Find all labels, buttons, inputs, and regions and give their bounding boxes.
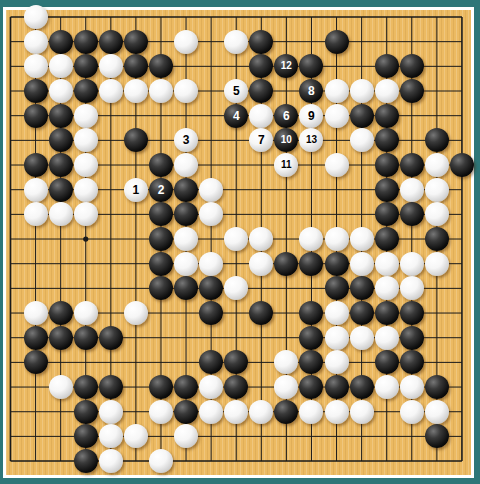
stone-black-n16[interactable]	[325, 375, 349, 399]
stone-black-q4[interactable]	[400, 79, 424, 103]
stone-black-m11[interactable]	[299, 252, 323, 276]
stone-black-p7[interactable]	[375, 153, 399, 177]
stone-white-b3[interactable]	[24, 54, 48, 78]
stone-white-d13[interactable]	[74, 301, 98, 325]
stone-white-n13[interactable]	[325, 301, 349, 325]
stone-white-q17[interactable]	[400, 400, 424, 424]
stone-black-k2[interactable]	[249, 30, 273, 54]
stone-black-b4[interactable]	[24, 79, 48, 103]
stone-black-c8[interactable]	[49, 178, 73, 202]
stone-black-q13[interactable]	[400, 301, 424, 325]
stone-black-p5[interactable]	[375, 104, 399, 128]
stone-white-i11[interactable]	[199, 252, 223, 276]
stone-white-e3[interactable]	[99, 54, 123, 78]
stone-black-p10[interactable]	[375, 227, 399, 251]
stone-black-o13[interactable]	[350, 301, 374, 325]
stone-white-b1[interactable]	[24, 5, 48, 29]
stone-black-g8[interactable]: 2	[149, 178, 173, 202]
stone-black-o5[interactable]	[350, 104, 374, 128]
stone-white-h11[interactable]	[174, 252, 198, 276]
stone-black-d17[interactable]	[74, 400, 98, 424]
stone-black-b5[interactable]	[24, 104, 48, 128]
stone-white-h4[interactable]	[174, 79, 198, 103]
stone-black-d4[interactable]	[74, 79, 98, 103]
stone-white-o4[interactable]	[350, 79, 374, 103]
stone-white-n15[interactable]	[325, 350, 349, 374]
stone-black-s7[interactable]	[450, 153, 474, 177]
stone-white-o14[interactable]	[350, 326, 374, 350]
stone-white-b8[interactable]	[24, 178, 48, 202]
stone-white-i17[interactable]	[199, 400, 223, 424]
screenshot-root: { "game": "go", "board": { "size": 19, "…	[0, 0, 480, 484]
stone-white-e4[interactable]	[99, 79, 123, 103]
move-number-label: 8	[308, 85, 315, 97]
stone-white-n5[interactable]	[325, 104, 349, 128]
board-frame: 12584693710131112	[3, 7, 474, 478]
stone-white-j2[interactable]	[224, 30, 248, 54]
stone-black-p9[interactable]	[375, 202, 399, 226]
stone-white-p16[interactable]	[375, 375, 399, 399]
stone-black-e14[interactable]	[99, 326, 123, 350]
stone-white-d9[interactable]	[74, 202, 98, 226]
stone-white-d8[interactable]	[74, 178, 98, 202]
stone-black-h8[interactable]	[174, 178, 198, 202]
stone-black-h17[interactable]	[174, 400, 198, 424]
move-number-label: 9	[308, 110, 315, 122]
stone-white-b9[interactable]	[24, 202, 48, 226]
stone-black-q3[interactable]	[400, 54, 424, 78]
stone-black-g7[interactable]	[149, 153, 173, 177]
stone-white-n10[interactable]	[325, 227, 349, 251]
move-number-label: 13	[306, 135, 317, 145]
stone-white-e19[interactable]	[99, 449, 123, 473]
stone-white-o17[interactable]	[350, 400, 374, 424]
stone-black-p6[interactable]	[375, 128, 399, 152]
stone-black-d18[interactable]	[74, 424, 98, 448]
stone-white-o11[interactable]	[350, 252, 374, 276]
stone-white-d5[interactable]	[74, 104, 98, 128]
stone-black-b15[interactable]	[24, 350, 48, 374]
stone-white-p11[interactable]	[375, 252, 399, 276]
stone-black-r10[interactable]	[425, 227, 449, 251]
stone-white-k11[interactable]	[249, 252, 273, 276]
stone-black-g10[interactable]	[149, 227, 173, 251]
stone-white-h10[interactable]	[174, 227, 198, 251]
stone-black-p15[interactable]	[375, 350, 399, 374]
stone-black-c2[interactable]	[49, 30, 73, 54]
stone-black-i13[interactable]	[199, 301, 223, 325]
move-number-label: 3	[183, 134, 190, 146]
stone-black-d14[interactable]	[74, 326, 98, 350]
stone-white-r7[interactable]	[425, 153, 449, 177]
stone-white-c9[interactable]	[49, 202, 73, 226]
move-number-label: 11	[281, 160, 292, 170]
move-number-label: 2	[158, 184, 165, 196]
stone-black-j5[interactable]: 4	[224, 104, 248, 128]
stone-white-h2[interactable]	[174, 30, 198, 54]
stone-black-c5[interactable]	[49, 104, 73, 128]
stone-black-n11[interactable]	[325, 252, 349, 276]
move-number-label: 1	[133, 184, 140, 196]
stone-white-c4[interactable]	[49, 79, 73, 103]
stone-white-f4[interactable]	[124, 79, 148, 103]
stone-black-b7[interactable]	[24, 153, 48, 177]
stone-black-l17[interactable]	[274, 400, 298, 424]
stone-white-b13[interactable]	[24, 301, 48, 325]
stone-black-p13[interactable]	[375, 301, 399, 325]
stone-black-r16[interactable]	[425, 375, 449, 399]
stone-white-r11[interactable]	[425, 252, 449, 276]
stone-white-j17[interactable]	[224, 400, 248, 424]
stone-white-g4[interactable]	[149, 79, 173, 103]
stone-black-d16[interactable]	[74, 375, 98, 399]
stone-black-l5[interactable]: 6	[274, 104, 298, 128]
stone-black-b14[interactable]	[24, 326, 48, 350]
move-number-label: 12	[281, 61, 292, 71]
stone-white-i16[interactable]	[199, 375, 223, 399]
stone-black-n12[interactable]	[325, 276, 349, 300]
stone-black-c13[interactable]	[49, 301, 73, 325]
stone-white-p14[interactable]	[375, 326, 399, 350]
stone-white-m5[interactable]: 9	[299, 104, 323, 128]
stone-white-m17[interactable]	[299, 400, 323, 424]
stone-white-q8[interactable]	[400, 178, 424, 202]
stone-white-g19[interactable]	[149, 449, 173, 473]
move-number-label: 6	[283, 110, 290, 122]
stone-white-n4[interactable]	[325, 79, 349, 103]
stone-black-q7[interactable]	[400, 153, 424, 177]
stone-white-q12[interactable]	[400, 276, 424, 300]
stone-white-d6[interactable]	[74, 128, 98, 152]
stone-black-e2[interactable]	[99, 30, 123, 54]
stone-black-o12[interactable]	[350, 276, 374, 300]
stone-white-f8[interactable]: 1	[124, 178, 148, 202]
stone-white-o10[interactable]	[350, 227, 374, 251]
stone-black-h16[interactable]	[174, 375, 198, 399]
go-board[interactable]: 12584693710131112	[6, 10, 471, 475]
stone-black-l11[interactable]	[274, 252, 298, 276]
stone-black-q15[interactable]	[400, 350, 424, 374]
stone-black-c6[interactable]	[49, 128, 73, 152]
move-number-label: 10	[281, 135, 292, 145]
stone-white-r8[interactable]	[425, 178, 449, 202]
move-number-label: 5	[233, 85, 240, 97]
stone-white-b2[interactable]	[24, 30, 48, 54]
stone-white-e17[interactable]	[99, 400, 123, 424]
stone-white-p12[interactable]	[375, 276, 399, 300]
stone-black-p8[interactable]	[375, 178, 399, 202]
stone-white-q11[interactable]	[400, 252, 424, 276]
stone-white-f13[interactable]	[124, 301, 148, 325]
stone-black-g11[interactable]	[149, 252, 173, 276]
stone-white-o6[interactable]	[350, 128, 374, 152]
stone-white-c3[interactable]	[49, 54, 73, 78]
stone-white-n7[interactable]	[325, 153, 349, 177]
stone-black-o16[interactable]	[350, 375, 374, 399]
stone-black-p3[interactable]	[375, 54, 399, 78]
stone-white-r17[interactable]	[425, 400, 449, 424]
stone-white-p4[interactable]	[375, 79, 399, 103]
stone-white-k5[interactable]	[249, 104, 273, 128]
stone-black-c7[interactable]	[49, 153, 73, 177]
stone-white-c16[interactable]	[49, 375, 73, 399]
stone-white-q16[interactable]	[400, 375, 424, 399]
stone-white-g17[interactable]	[149, 400, 173, 424]
stone-black-d2[interactable]	[74, 30, 98, 54]
stone-black-q9[interactable]	[400, 202, 424, 226]
stone-white-i8[interactable]	[199, 178, 223, 202]
stone-white-n14[interactable]	[325, 326, 349, 350]
stone-black-g16[interactable]	[149, 375, 173, 399]
stone-black-d3[interactable]	[74, 54, 98, 78]
stone-white-d7[interactable]	[74, 153, 98, 177]
stone-black-c14[interactable]	[49, 326, 73, 350]
stone-white-k17[interactable]	[249, 400, 273, 424]
move-number-label: 7	[258, 134, 265, 146]
stone-black-d19[interactable]	[74, 449, 98, 473]
stone-black-n2[interactable]	[325, 30, 349, 54]
stone-black-f2[interactable]	[124, 30, 148, 54]
stone-black-m14[interactable]	[299, 326, 323, 350]
star-point	[83, 236, 88, 241]
stone-black-q14[interactable]	[400, 326, 424, 350]
move-number-label: 4	[233, 110, 240, 122]
stone-white-h7[interactable]	[174, 153, 198, 177]
stone-black-e16[interactable]	[99, 375, 123, 399]
stone-white-n17[interactable]	[325, 400, 349, 424]
